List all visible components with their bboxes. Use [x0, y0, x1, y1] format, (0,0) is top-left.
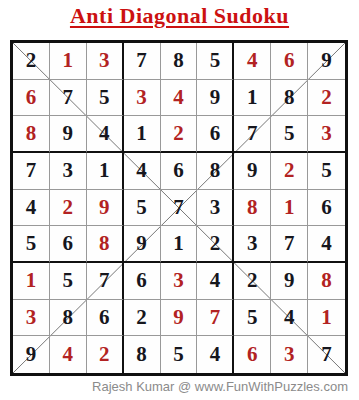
cell-r8c8: 4 — [271, 300, 308, 337]
cell-r6c4: 9 — [124, 226, 161, 263]
cell-r8c6: 7 — [197, 300, 234, 337]
cell-r2c6: 9 — [197, 80, 234, 117]
cell-r3c5: 2 — [161, 116, 198, 153]
cell-r7c2: 5 — [50, 263, 87, 300]
cell-r6c6: 2 — [197, 226, 234, 263]
cell-r9c1: 9 — [13, 336, 50, 373]
cell-r8c4: 2 — [124, 300, 161, 337]
cell-r9c9: 7 — [308, 336, 345, 373]
cell-r8c2: 8 — [50, 300, 87, 337]
cell-r7c7: 2 — [234, 263, 271, 300]
cell-r5c9: 6 — [308, 190, 345, 227]
cell-r5c7: 8 — [234, 190, 271, 227]
cell-r2c5: 4 — [161, 80, 198, 117]
cell-r4c7: 9 — [234, 153, 271, 190]
cell-r2c1: 6 — [13, 80, 50, 117]
cell-r6c2: 6 — [50, 226, 87, 263]
cell-r7c4: 6 — [124, 263, 161, 300]
cell-r4c1: 7 — [13, 153, 50, 190]
cell-r5c2: 2 — [50, 190, 87, 227]
cell-r7c3: 7 — [87, 263, 124, 300]
cell-r1c2: 1 — [50, 43, 87, 80]
sudoku-board: 2137854696753491828941267537314689254295… — [10, 40, 348, 376]
cell-r6c1: 5 — [13, 226, 50, 263]
cell-r2c9: 2 — [308, 80, 345, 117]
cell-r3c3: 4 — [87, 116, 124, 153]
cell-r4c4: 4 — [124, 153, 161, 190]
cell-r3c9: 3 — [308, 116, 345, 153]
cell-r9c8: 3 — [271, 336, 308, 373]
cell-r5c6: 3 — [197, 190, 234, 227]
cell-r3c6: 6 — [197, 116, 234, 153]
cell-r7c5: 3 — [161, 263, 198, 300]
cell-r3c4: 1 — [124, 116, 161, 153]
cell-r9c6: 4 — [197, 336, 234, 373]
cell-r3c8: 5 — [271, 116, 308, 153]
cell-r1c7: 4 — [234, 43, 271, 80]
cell-r5c4: 5 — [124, 190, 161, 227]
cell-r8c9: 1 — [308, 300, 345, 337]
cell-r1c5: 8 — [161, 43, 198, 80]
cell-r9c3: 2 — [87, 336, 124, 373]
cell-r4c6: 8 — [197, 153, 234, 190]
cell-r6c3: 8 — [87, 226, 124, 263]
cell-r1c6: 5 — [197, 43, 234, 80]
cell-r9c7: 6 — [234, 336, 271, 373]
cell-r4c8: 2 — [271, 153, 308, 190]
cell-r4c5: 6 — [161, 153, 198, 190]
cell-r6c5: 1 — [161, 226, 198, 263]
cell-r5c1: 4 — [13, 190, 50, 227]
cell-r2c8: 8 — [271, 80, 308, 117]
cell-r7c6: 4 — [197, 263, 234, 300]
credit-line: Rajesh Kumar @ www.FunWithPuzzles.com — [0, 379, 348, 394]
cell-r2c2: 7 — [50, 80, 87, 117]
cell-r5c8: 1 — [271, 190, 308, 227]
cell-r9c2: 4 — [50, 336, 87, 373]
cell-r2c7: 1 — [234, 80, 271, 117]
cell-r1c8: 6 — [271, 43, 308, 80]
cell-r2c4: 3 — [124, 80, 161, 117]
cell-r8c7: 5 — [234, 300, 271, 337]
cell-r4c2: 3 — [50, 153, 87, 190]
cell-r6c7: 3 — [234, 226, 271, 263]
cell-r8c1: 3 — [13, 300, 50, 337]
cell-r9c5: 5 — [161, 336, 198, 373]
cell-r7c9: 8 — [308, 263, 345, 300]
cell-r1c3: 3 — [87, 43, 124, 80]
cell-r9c4: 8 — [124, 336, 161, 373]
puzzle-page: Anti Diagonal Sudoku 2137854696753491828… — [0, 0, 359, 400]
cell-r7c1: 1 — [13, 263, 50, 300]
cell-r7c8: 9 — [271, 263, 308, 300]
cell-r6c8: 7 — [271, 226, 308, 263]
cell-r6c9: 4 — [308, 226, 345, 263]
cell-r8c3: 6 — [87, 300, 124, 337]
cell-r4c9: 5 — [308, 153, 345, 190]
cell-r4c3: 1 — [87, 153, 124, 190]
cell-r3c7: 7 — [234, 116, 271, 153]
cell-r1c9: 9 — [308, 43, 345, 80]
cell-r2c3: 5 — [87, 80, 124, 117]
cell-r5c3: 9 — [87, 190, 124, 227]
cell-r3c2: 9 — [50, 116, 87, 153]
cell-r5c5: 7 — [161, 190, 198, 227]
cell-r8c5: 9 — [161, 300, 198, 337]
puzzle-title: Anti Diagonal Sudoku — [0, 3, 359, 29]
cell-r1c1: 2 — [13, 43, 50, 80]
cell-r3c1: 8 — [13, 116, 50, 153]
cell-r1c4: 7 — [124, 43, 161, 80]
